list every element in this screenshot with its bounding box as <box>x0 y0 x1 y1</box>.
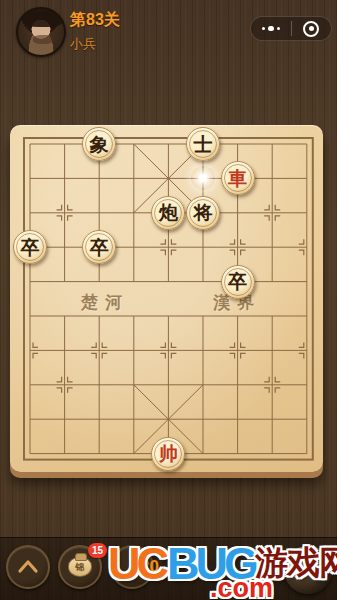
piece-glyph: 卒 <box>228 272 247 291</box>
chevron-up-icon <box>15 554 41 580</box>
xiangqi-piece-black[interactable]: 炮 <box>151 196 185 230</box>
target-circle-icon <box>303 21 319 37</box>
piece-glyph: 卒 <box>90 238 109 257</box>
xiangqi-piece-red[interactable]: 車 <box>221 161 255 195</box>
xiangqi-piece-black[interactable]: 卒 <box>13 230 47 264</box>
piece-glyph: 士 <box>194 135 213 154</box>
bag-label: 锦 <box>76 561 85 574</box>
xiangqi-piece-black[interactable]: 士 <box>186 127 220 161</box>
bottom-bar: 锦 15 20 <box>0 537 337 600</box>
collapse-button[interactable] <box>6 545 50 589</box>
money-bag-icon: 锦 <box>68 557 92 577</box>
dot-icon <box>268 26 274 32</box>
xiangqi-piece-black[interactable]: 象 <box>82 127 116 161</box>
level-label: 第83关 <box>70 12 120 28</box>
badge-count: 15 <box>88 543 107 558</box>
dot-icon <box>277 27 281 31</box>
player-name: 小兵 <box>70 37 120 50</box>
top-bar: 第83关 小兵 <box>0 0 337 66</box>
xiangqi-piece-black[interactable]: 卒 <box>82 230 116 264</box>
more-menu-button[interactable] <box>251 17 291 40</box>
xiangqi-piece-black[interactable]: 将 <box>186 196 220 230</box>
piece-glyph: 将 <box>194 203 213 222</box>
right-orb-button[interactable] <box>284 546 332 594</box>
piece-glyph: 車 <box>228 169 247 188</box>
hint-bag-button[interactable]: 锦 15 <box>58 545 102 589</box>
minimize-button[interactable] <box>292 17 332 40</box>
piece-glyph: 帅 <box>159 444 178 463</box>
xiangqi-piece-black[interactable]: 卒 <box>221 265 255 299</box>
piece-glyph: 象 <box>90 135 109 154</box>
dot-icon <box>262 27 266 31</box>
piece-glyph: 卒 <box>21 238 40 257</box>
obscured-number: 20 <box>140 557 159 577</box>
move-sparkle-effect <box>191 166 215 190</box>
piece-layer: 象士車炮将卒卒卒帅 <box>10 125 323 472</box>
player-avatar[interactable] <box>16 7 66 57</box>
app-screen: 第83关 小兵 楚河 漢界 象士車炮将卒卒卒帅 <box>0 0 337 600</box>
avatar-beard <box>33 35 53 44</box>
wechat-capsule <box>250 16 332 41</box>
level-info: 第83关 小兵 <box>70 12 120 50</box>
piece-glyph: 炮 <box>159 203 178 222</box>
xiangqi-piece-red[interactable]: 帅 <box>151 437 185 471</box>
avatar-hair <box>22 11 64 27</box>
xiangqi-board[interactable]: 楚河 漢界 象士車炮将卒卒卒帅 <box>10 125 323 472</box>
